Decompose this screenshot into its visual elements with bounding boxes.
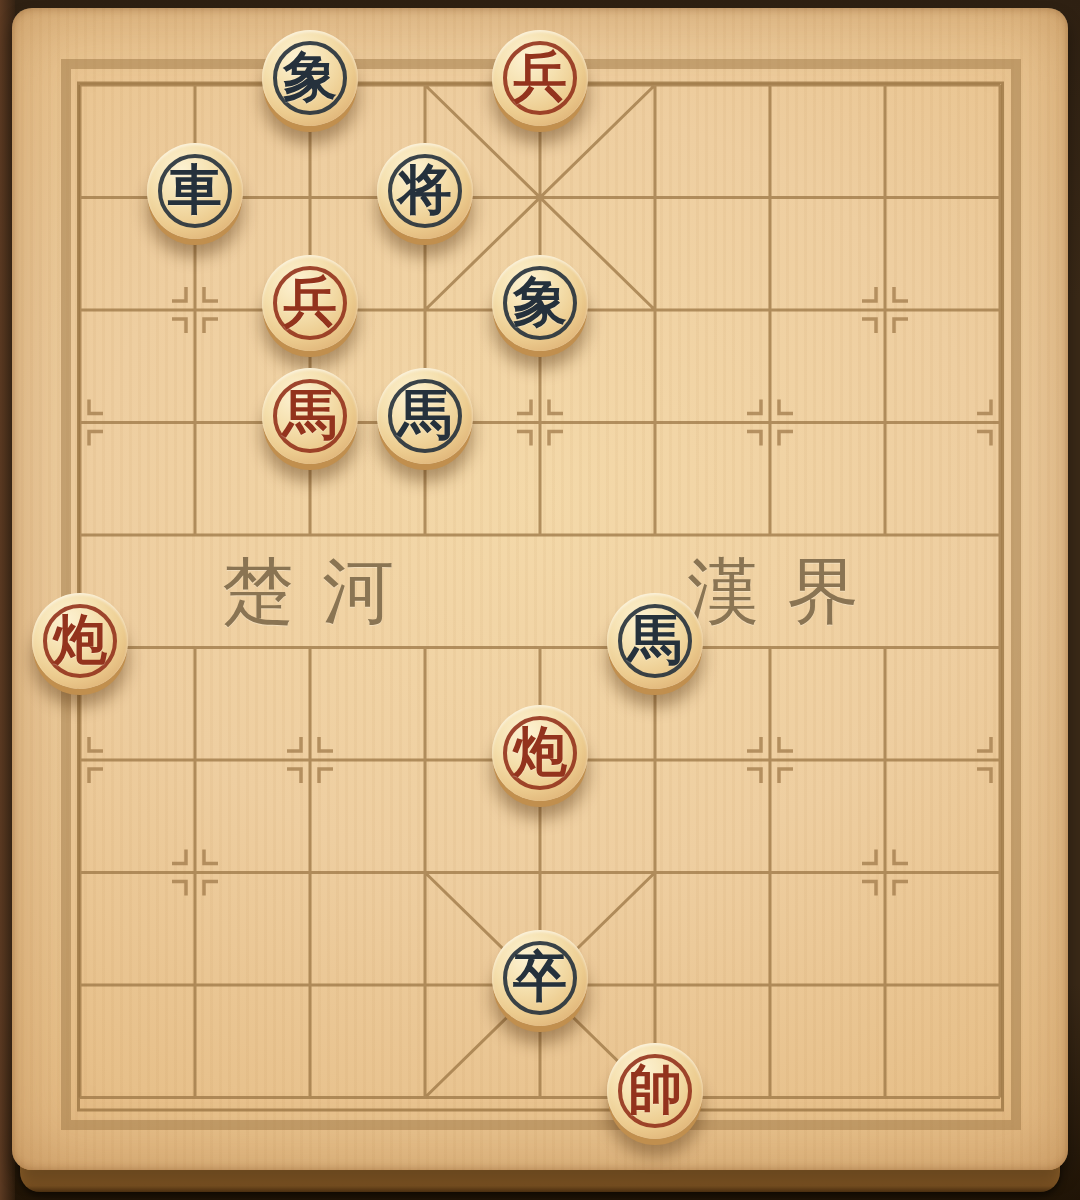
piece-character: 象 <box>283 49 337 103</box>
piece-character: 卒 <box>513 949 567 1003</box>
piece-character: 炮 <box>53 612 107 666</box>
piece-red-soldier[interactable]: 兵 <box>492 30 588 126</box>
piece-black-elephant[interactable]: 象 <box>262 30 358 126</box>
piece-character: 馬 <box>283 387 337 441</box>
piece-red-general[interactable]: 帥 <box>607 1043 703 1139</box>
river-label-right: 漢界 <box>687 544 887 640</box>
piece-red-horse[interactable]: 馬 <box>262 368 358 464</box>
piece-character: 車 <box>168 162 222 216</box>
piece-red-soldier[interactable]: 兵 <box>262 255 358 351</box>
piece-character: 帥 <box>628 1062 682 1116</box>
river-label-left: 楚河 <box>222 544 422 640</box>
piece-character: 炮 <box>513 724 567 778</box>
piece-character: 象 <box>513 274 567 328</box>
piece-character: 兵 <box>513 49 567 103</box>
piece-black-horse[interactable]: 馬 <box>377 368 473 464</box>
piece-black-horse[interactable]: 馬 <box>607 593 703 689</box>
piece-red-cannon[interactable]: 炮 <box>492 705 588 801</box>
piece-red-cannon[interactable]: 炮 <box>32 593 128 689</box>
piece-black-soldier[interactable]: 卒 <box>492 930 588 1026</box>
piece-character: 将 <box>398 162 452 216</box>
piece-black-elephant[interactable]: 象 <box>492 255 588 351</box>
piece-black-chariot[interactable]: 車 <box>147 143 243 239</box>
piece-character: 兵 <box>283 274 337 328</box>
piece-character: 馬 <box>398 387 452 441</box>
piece-black-general[interactable]: 将 <box>377 143 473 239</box>
piece-character: 馬 <box>628 612 682 666</box>
